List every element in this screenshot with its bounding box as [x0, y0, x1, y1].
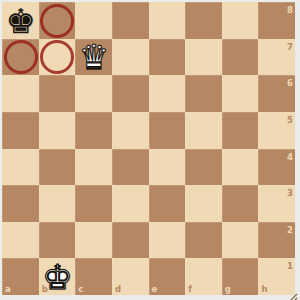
square-e8[interactable]	[149, 2, 186, 39]
square-f7[interactable]	[185, 39, 222, 76]
square-d1[interactable]: d	[112, 258, 149, 295]
square-f6[interactable]	[185, 75, 222, 112]
square-e2[interactable]	[149, 222, 186, 259]
square-e4[interactable]	[149, 149, 186, 186]
square-d2[interactable]	[112, 222, 149, 259]
square-f3[interactable]	[185, 185, 222, 222]
square-g7[interactable]	[222, 39, 259, 76]
square-d5[interactable]	[112, 112, 149, 149]
coord-file-g: g	[225, 285, 231, 294]
square-g8[interactable]	[222, 2, 259, 39]
square-e3[interactable]	[149, 185, 186, 222]
coord-rank-7: 7	[287, 43, 293, 52]
square-a2[interactable]	[2, 222, 39, 259]
square-c2[interactable]	[75, 222, 112, 259]
square-c7[interactable]: ♛	[75, 39, 112, 76]
square-c6[interactable]	[75, 75, 112, 112]
square-d6[interactable]	[112, 75, 149, 112]
square-d4[interactable]	[112, 149, 149, 186]
square-c4[interactable]	[75, 149, 112, 186]
coord-file-h: h	[261, 285, 267, 294]
square-b1[interactable]: ♚b	[39, 258, 76, 295]
square-d7[interactable]	[112, 39, 149, 76]
square-h7[interactable]: 7	[258, 39, 295, 76]
board-resize-handle-icon[interactable]	[288, 288, 298, 298]
circle-annotation-a7	[4, 40, 38, 74]
coord-file-a: a	[5, 285, 11, 294]
square-a1[interactable]: a	[2, 258, 39, 295]
circle-annotation-b7	[40, 40, 74, 74]
coord-rank-3: 3	[287, 189, 293, 198]
black-king-a8[interactable]: ♚	[3, 3, 39, 39]
square-e5[interactable]	[149, 112, 186, 149]
coord-rank-5: 5	[287, 116, 293, 125]
square-e7[interactable]	[149, 39, 186, 76]
square-c3[interactable]	[75, 185, 112, 222]
coord-rank-1: 1	[287, 262, 293, 271]
coord-file-c: c	[78, 285, 83, 294]
square-a5[interactable]	[2, 112, 39, 149]
square-g1[interactable]: g	[222, 258, 259, 295]
circle-annotation-b8	[40, 4, 74, 38]
square-g3[interactable]	[222, 185, 259, 222]
square-c1[interactable]: c	[75, 258, 112, 295]
resize-handle-lines	[289, 294, 297, 300]
square-c5[interactable]	[75, 112, 112, 149]
square-b2[interactable]	[39, 222, 76, 259]
square-c8[interactable]	[75, 2, 112, 39]
square-h3[interactable]: 3	[258, 185, 295, 222]
white-queen-c7[interactable]: ♛	[76, 40, 112, 76]
square-h2[interactable]: 2	[258, 222, 295, 259]
square-g6[interactable]	[222, 75, 259, 112]
square-e1[interactable]: e	[149, 258, 186, 295]
square-h4[interactable]: 4	[258, 149, 295, 186]
coord-file-e: e	[152, 285, 158, 294]
square-a3[interactable]	[2, 185, 39, 222]
square-b7[interactable]	[39, 39, 76, 76]
square-a8[interactable]: ♚	[2, 2, 39, 39]
square-g5[interactable]	[222, 112, 259, 149]
chess-board: ♚8♛765432a♚bcdefgh1	[2, 2, 295, 295]
square-d3[interactable]	[112, 185, 149, 222]
square-g4[interactable]	[222, 149, 259, 186]
coord-file-f: f	[188, 285, 192, 294]
square-f1[interactable]: f	[185, 258, 222, 295]
square-f2[interactable]	[185, 222, 222, 259]
square-f4[interactable]	[185, 149, 222, 186]
square-h8[interactable]: 8	[258, 2, 295, 39]
coord-rank-2: 2	[287, 226, 293, 235]
square-b8[interactable]	[39, 2, 76, 39]
square-b5[interactable]	[39, 112, 76, 149]
white-king-b1[interactable]: ♚	[40, 259, 76, 295]
square-f5[interactable]	[185, 112, 222, 149]
coord-file-d: d	[115, 285, 121, 294]
board-editor-stage: ♚8♛765432a♚bcdefgh1	[0, 0, 300, 300]
coord-rank-4: 4	[287, 153, 293, 162]
square-a6[interactable]	[2, 75, 39, 112]
square-h6[interactable]: 6	[258, 75, 295, 112]
square-b6[interactable]	[39, 75, 76, 112]
square-f8[interactable]	[185, 2, 222, 39]
square-b3[interactable]	[39, 185, 76, 222]
square-g2[interactable]	[222, 222, 259, 259]
square-d8[interactable]	[112, 2, 149, 39]
square-a4[interactable]	[2, 149, 39, 186]
coord-rank-8: 8	[287, 6, 293, 15]
coord-rank-6: 6	[287, 79, 293, 88]
square-b4[interactable]	[39, 149, 76, 186]
square-a7[interactable]	[2, 39, 39, 76]
square-e6[interactable]	[149, 75, 186, 112]
square-h5[interactable]: 5	[258, 112, 295, 149]
